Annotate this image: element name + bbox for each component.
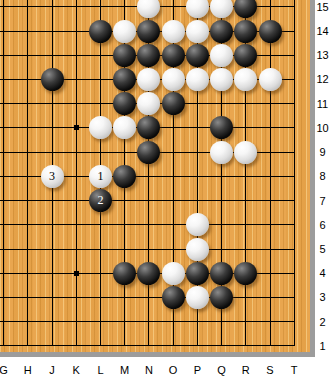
row-label-5: 5 — [313, 242, 332, 256]
grid-line-horizontal — [0, 345, 295, 346]
col-label-N: N — [139, 362, 159, 378]
row-label-13: 13 — [313, 48, 332, 62]
stone-black[interactable] — [210, 286, 233, 309]
row-label-4: 4 — [313, 266, 332, 280]
row-label-15: 15 — [313, 0, 332, 14]
stone-white[interactable]: 1 — [89, 165, 112, 188]
stone-white[interactable] — [186, 20, 209, 43]
stone-white[interactable] — [186, 68, 209, 91]
stone-black[interactable] — [259, 20, 282, 43]
stone-black[interactable] — [113, 92, 136, 115]
row-label-10: 10 — [313, 121, 332, 135]
stone-black[interactable] — [186, 262, 209, 285]
move-number-label: 2 — [97, 193, 103, 207]
go-diagram: 312 GHJKLMNOPQRST151413121110987654321 — [0, 0, 332, 380]
stone-black[interactable] — [137, 44, 160, 67]
stone-white[interactable] — [210, 44, 233, 67]
stone-black[interactable] — [210, 262, 233, 285]
stone-black[interactable] — [137, 20, 160, 43]
stone-white[interactable]: 3 — [41, 165, 64, 188]
row-label-12: 12 — [313, 72, 332, 86]
grid-line-horizontal — [0, 200, 295, 201]
stone-black[interactable]: 2 — [89, 189, 112, 212]
stone-white[interactable] — [162, 68, 185, 91]
row-label-14: 14 — [313, 24, 332, 38]
grid-line-horizontal — [0, 224, 295, 225]
stone-black[interactable] — [113, 165, 136, 188]
grid-line-vertical — [294, 0, 295, 346]
stone-black[interactable] — [210, 116, 233, 139]
stone-black[interactable] — [162, 92, 185, 115]
stone-white[interactable] — [234, 141, 257, 164]
stone-white[interactable] — [89, 116, 112, 139]
stone-black[interactable] — [210, 20, 233, 43]
move-number-label: 1 — [97, 169, 103, 183]
star-point — [74, 125, 79, 130]
move-number-label: 3 — [49, 169, 55, 183]
stone-white[interactable] — [186, 286, 209, 309]
stone-white[interactable] — [210, 68, 233, 91]
stone-white[interactable] — [186, 238, 209, 261]
stone-white[interactable] — [137, 92, 160, 115]
stone-black[interactable] — [113, 68, 136, 91]
col-label-J: J — [42, 362, 62, 378]
stone-black[interactable] — [113, 262, 136, 285]
col-label-S: S — [260, 362, 280, 378]
col-label-R: R — [236, 362, 256, 378]
star-point — [74, 271, 79, 276]
go-board[interactable]: 312 — [0, 0, 310, 352]
stone-white[interactable] — [210, 141, 233, 164]
row-label-11: 11 — [313, 97, 332, 111]
stone-black[interactable] — [137, 116, 160, 139]
row-label-2: 2 — [313, 315, 332, 329]
col-label-L: L — [90, 362, 110, 378]
stone-white[interactable] — [186, 0, 209, 18]
grid-line-vertical — [3, 0, 4, 346]
col-label-P: P — [187, 362, 207, 378]
col-label-K: K — [66, 362, 86, 378]
stone-white[interactable] — [162, 262, 185, 285]
col-label-G: G — [0, 362, 14, 378]
stone-black[interactable] — [113, 44, 136, 67]
row-label-6: 6 — [313, 218, 332, 232]
row-label-3: 3 — [313, 290, 332, 304]
grid-line-vertical — [27, 0, 28, 346]
stone-white[interactable] — [137, 68, 160, 91]
stone-white[interactable] — [113, 116, 136, 139]
row-label-1: 1 — [313, 339, 332, 353]
grid-line-horizontal — [0, 321, 295, 322]
stone-black[interactable] — [162, 286, 185, 309]
stone-black[interactable] — [89, 20, 112, 43]
stone-white[interactable] — [186, 213, 209, 236]
stone-black[interactable] — [186, 44, 209, 67]
stone-white[interactable] — [113, 20, 136, 43]
stone-white[interactable] — [162, 20, 185, 43]
stone-black[interactable] — [234, 262, 257, 285]
row-label-8: 8 — [313, 169, 332, 183]
col-label-M: M — [115, 362, 135, 378]
stone-black[interactable] — [137, 262, 160, 285]
col-label-O: O — [163, 362, 183, 378]
stone-white[interactable] — [210, 0, 233, 18]
stone-white[interactable] — [137, 0, 160, 18]
col-label-Q: Q — [212, 362, 232, 378]
row-label-9: 9 — [313, 145, 332, 159]
stone-black[interactable] — [137, 141, 160, 164]
stone-black[interactable] — [234, 20, 257, 43]
grid-line-horizontal — [0, 297, 295, 298]
grid-line-vertical — [270, 0, 271, 346]
grid-line-vertical — [76, 0, 77, 346]
stone-black[interactable] — [162, 44, 185, 67]
col-label-H: H — [18, 362, 38, 378]
col-label-T: T — [284, 362, 304, 378]
stone-black[interactable] — [234, 44, 257, 67]
grid-line-horizontal — [0, 249, 295, 250]
row-label-7: 7 — [313, 194, 332, 208]
board-edge-bottom — [0, 352, 310, 357]
stone-black[interactable] — [234, 0, 257, 18]
stone-white[interactable] — [259, 68, 282, 91]
stone-white[interactable] — [234, 68, 257, 91]
stone-black[interactable] — [41, 68, 64, 91]
